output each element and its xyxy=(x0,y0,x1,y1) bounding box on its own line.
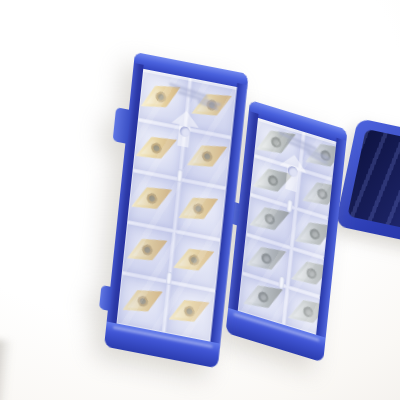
insert-center-hole xyxy=(150,141,163,154)
insert-center-hole xyxy=(260,251,273,264)
carbide-insert-gold xyxy=(131,129,182,167)
insert-center-hole xyxy=(141,243,154,256)
product-photo-scene xyxy=(0,0,400,400)
compartment-cell xyxy=(117,274,168,332)
insert-center-hole xyxy=(302,305,315,318)
carbide-insert-gold xyxy=(168,241,219,279)
closed-box-lid xyxy=(347,129,400,247)
carbide-insert-gold xyxy=(126,179,177,218)
carbide-insert-gold xyxy=(181,136,232,176)
insert-center-hole xyxy=(315,187,328,200)
insert-center-hole xyxy=(263,213,276,226)
insert-center-hole xyxy=(305,266,318,279)
insert-center-hole xyxy=(308,228,321,241)
insert-center-hole xyxy=(154,90,167,103)
compartment-cell xyxy=(127,171,178,229)
insert-center-hole xyxy=(200,149,213,162)
carbide-insert-gold xyxy=(172,189,223,229)
insert-center-hole xyxy=(191,202,204,215)
compartment-cell xyxy=(133,120,184,178)
carbide-insert-gold xyxy=(122,230,173,269)
background-shadow xyxy=(0,339,13,400)
compartment-cell xyxy=(122,223,173,281)
insert-center-hole xyxy=(136,294,149,307)
insert-center-hole xyxy=(256,290,269,303)
insert-center-hole xyxy=(182,304,195,317)
insert-box-gray xyxy=(226,100,348,363)
compartment-cell xyxy=(175,181,226,239)
insert-center-hole xyxy=(145,192,158,205)
carbide-insert-gold xyxy=(163,291,214,330)
carbide-insert-gray xyxy=(241,240,291,276)
insert-center-hole xyxy=(266,174,279,187)
compartment-cell xyxy=(164,283,215,341)
insert-center-hole xyxy=(187,253,200,266)
carbide-insert-gold xyxy=(117,281,168,321)
compartment-cell xyxy=(170,232,221,290)
